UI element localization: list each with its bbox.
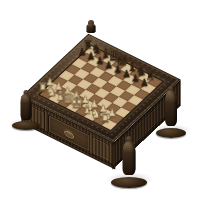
figurine-body	[21, 94, 32, 120]
drawer-handle	[64, 129, 74, 140]
far-corner-finial	[82, 20, 100, 36]
black-pawn: ♟	[95, 56, 104, 66]
white-rook: ♜	[99, 112, 110, 124]
figurine-leg-left	[10, 90, 42, 130]
black-pawn: ♟	[122, 69, 131, 79]
square-e5	[101, 82, 116, 92]
black-pawn: ♟	[104, 60, 113, 70]
figurine-pedestal	[12, 121, 40, 130]
figurine-leg-right	[154, 86, 188, 138]
black-pawn: ♟	[140, 78, 149, 88]
black-pawn: ♟	[77, 47, 86, 57]
figurine-leg-front	[108, 136, 150, 188]
black-pawn: ♟	[86, 51, 95, 61]
black-pawn: ♟	[131, 73, 140, 83]
chess-set-product-photo: ♜♞♝♛♚♝♞♜♟♟♟♟♟♟♟♟♟♟♟♟♟♟♟♟♜♞♝♛♚♝♞♜	[0, 0, 200, 200]
figurine-pedestal	[156, 128, 186, 138]
finial-body	[87, 24, 96, 33]
figurine-body	[123, 141, 136, 175]
figurine-body	[165, 90, 177, 126]
carved-panel-right	[92, 136, 110, 162]
black-pawn: ♟	[113, 64, 122, 74]
figurine-pedestal	[111, 177, 147, 188]
